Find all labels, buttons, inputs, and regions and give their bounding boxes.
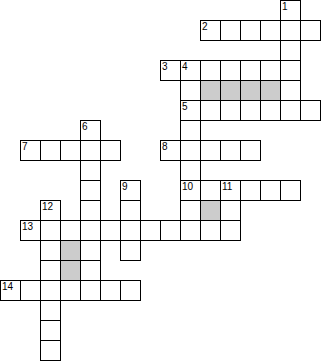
grid-cell-r7c10[interactable] <box>200 140 221 161</box>
grid-cell-r1c14[interactable] <box>280 20 301 41</box>
grid-cell-r3c11[interactable] <box>220 60 241 81</box>
grid-cell-r9c11[interactable] <box>220 180 241 201</box>
grid-cell-r10c9[interactable] <box>180 200 201 221</box>
grid-cell-r11c2[interactable] <box>40 220 61 241</box>
grid-cell-r5c9[interactable] <box>180 100 201 121</box>
grid-cell-r5c14[interactable] <box>280 100 301 121</box>
grid-cell-r1c10[interactable] <box>200 20 221 41</box>
blocked-cell-r4c10 <box>200 80 221 101</box>
grid-cell-r7c9[interactable] <box>180 140 201 161</box>
grid-cell-r11c4[interactable] <box>80 220 101 241</box>
grid-cell-r12c2[interactable] <box>40 240 61 261</box>
grid-cell-r1c11[interactable] <box>220 20 241 41</box>
grid-cell-r4c9[interactable] <box>180 80 201 101</box>
grid-cell-r16c2[interactable] <box>40 320 61 341</box>
grid-cell-r3c13[interactable] <box>260 60 281 81</box>
blocked-cell-r4c12 <box>240 80 261 101</box>
grid-cell-r12c6[interactable] <box>120 240 141 261</box>
grid-cell-r7c4[interactable] <box>80 140 101 161</box>
grid-cell-r17c2[interactable] <box>40 340 61 361</box>
grid-cell-r9c12[interactable] <box>240 180 261 201</box>
grid-cell-r3c8[interactable] <box>160 60 181 81</box>
grid-cell-r9c9[interactable] <box>180 180 201 201</box>
grid-cell-r11c9[interactable] <box>180 220 201 241</box>
grid-cell-r9c13[interactable] <box>260 180 281 201</box>
grid-cell-r5c12[interactable] <box>240 100 261 121</box>
grid-cell-r6c9[interactable] <box>180 120 201 141</box>
grid-cell-r7c12[interactable] <box>240 140 261 161</box>
grid-cell-r10c6[interactable] <box>120 200 141 221</box>
crossword-board: 1234567891011121314 <box>0 0 321 361</box>
grid-cell-r7c11[interactable] <box>220 140 241 161</box>
grid-cell-r4c14[interactable] <box>280 80 301 101</box>
grid-cell-r10c2[interactable] <box>40 200 61 221</box>
grid-cell-r3c9[interactable] <box>180 60 201 81</box>
grid-cell-r11c8[interactable] <box>160 220 181 241</box>
grid-cell-r5c13[interactable] <box>260 100 281 121</box>
grid-cell-r8c4[interactable] <box>80 160 101 181</box>
grid-cell-r12c4[interactable] <box>80 240 101 261</box>
grid-cell-r1c13[interactable] <box>260 20 281 41</box>
blocked-cell-r10c10 <box>200 200 221 221</box>
grid-cell-r14c3[interactable] <box>60 280 81 301</box>
grid-cell-r9c14[interactable] <box>280 180 301 201</box>
grid-cell-r5c10[interactable] <box>200 100 221 121</box>
grid-cell-r2c14[interactable] <box>280 40 301 61</box>
grid-cell-r9c10[interactable] <box>200 180 221 201</box>
grid-cell-r11c1[interactable] <box>20 220 41 241</box>
grid-cell-r3c12[interactable] <box>240 60 261 81</box>
grid-cell-r11c7[interactable] <box>140 220 161 241</box>
blocked-cell-r13c3 <box>60 260 81 281</box>
grid-cell-r6c4[interactable] <box>80 120 101 141</box>
grid-cell-r14c6[interactable] <box>120 280 141 301</box>
grid-cell-r0c14[interactable] <box>280 0 301 21</box>
grid-cell-r1c12[interactable] <box>240 20 261 41</box>
grid-cell-r11c10[interactable] <box>200 220 221 241</box>
blocked-cell-r12c3 <box>60 240 81 261</box>
grid-cell-r5c15[interactable] <box>300 100 321 121</box>
grid-cell-r14c0[interactable] <box>0 280 21 301</box>
grid-cell-r14c4[interactable] <box>80 280 101 301</box>
grid-cell-r14c2[interactable] <box>40 280 61 301</box>
grid-cell-r1c15[interactable] <box>300 20 321 41</box>
grid-cell-r9c4[interactable] <box>80 180 101 201</box>
grid-cell-r7c5[interactable] <box>100 140 121 161</box>
grid-cell-r11c5[interactable] <box>100 220 121 241</box>
grid-cell-r9c6[interactable] <box>120 180 141 201</box>
grid-cell-r7c3[interactable] <box>60 140 81 161</box>
grid-cell-r14c1[interactable] <box>20 280 41 301</box>
grid-cell-r7c1[interactable] <box>20 140 41 161</box>
grid-cell-r5c11[interactable] <box>220 100 241 121</box>
grid-cell-r10c11[interactable] <box>220 200 241 221</box>
grid-cell-r15c2[interactable] <box>40 300 61 321</box>
grid-cell-r3c14[interactable] <box>280 60 301 81</box>
grid-cell-r3c10[interactable] <box>200 60 221 81</box>
grid-cell-r11c6[interactable] <box>120 220 141 241</box>
grid-cell-r10c4[interactable] <box>80 200 101 221</box>
grid-cell-r13c4[interactable] <box>80 260 101 281</box>
grid-cell-r11c3[interactable] <box>60 220 81 241</box>
grid-cell-r7c8[interactable] <box>160 140 181 161</box>
blocked-cell-r4c13 <box>260 80 281 101</box>
grid-cell-r13c2[interactable] <box>40 260 61 281</box>
grid-cell-r8c9[interactable] <box>180 160 201 181</box>
grid-cell-r7c2[interactable] <box>40 140 61 161</box>
grid-cell-r11c11[interactable] <box>220 220 241 241</box>
blocked-cell-r4c11 <box>220 80 241 101</box>
grid-cell-r14c5[interactable] <box>100 280 121 301</box>
